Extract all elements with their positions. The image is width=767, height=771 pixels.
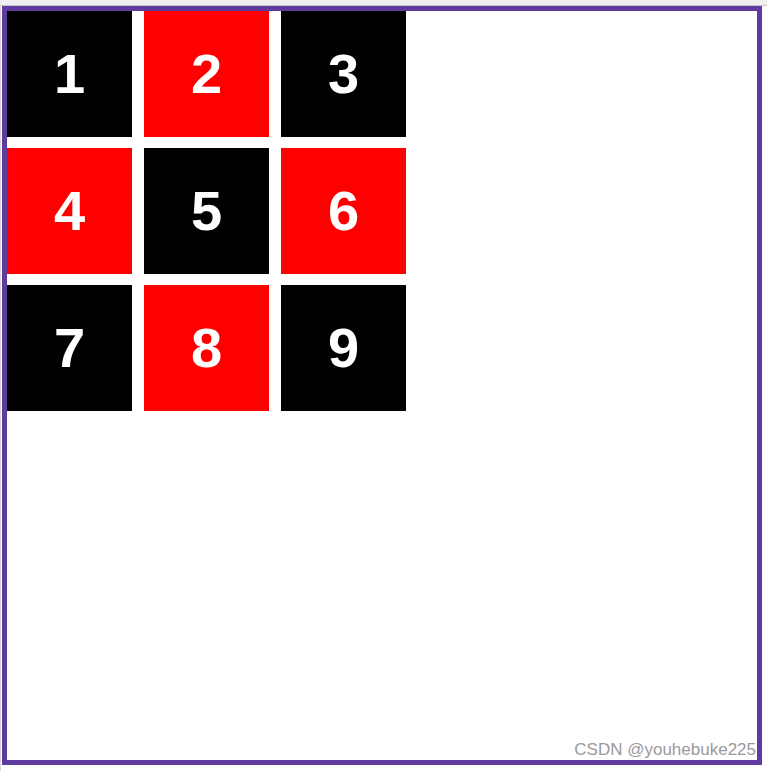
grid-cell-2: 2 <box>144 11 269 137</box>
grid-cell-6: 6 <box>281 148 406 274</box>
number-grid: 123456789 <box>7 11 406 411</box>
grid-cell-1: 1 <box>7 11 132 137</box>
grid-cell-3: 3 <box>281 11 406 137</box>
grid-cell-5: 5 <box>144 148 269 274</box>
left-edge-line <box>0 6 1 771</box>
grid-cell-9: 9 <box>281 285 406 411</box>
grid-cell-7: 7 <box>7 285 132 411</box>
page: 123456789 CSDN @youhebuke225 <box>2 6 762 765</box>
screen: 123456789 CSDN @youhebuke225 <box>0 0 767 771</box>
watermark: CSDN @youhebuke225 <box>574 740 756 760</box>
grid-cell-8: 8 <box>144 285 269 411</box>
grid-cell-4: 4 <box>7 148 132 274</box>
